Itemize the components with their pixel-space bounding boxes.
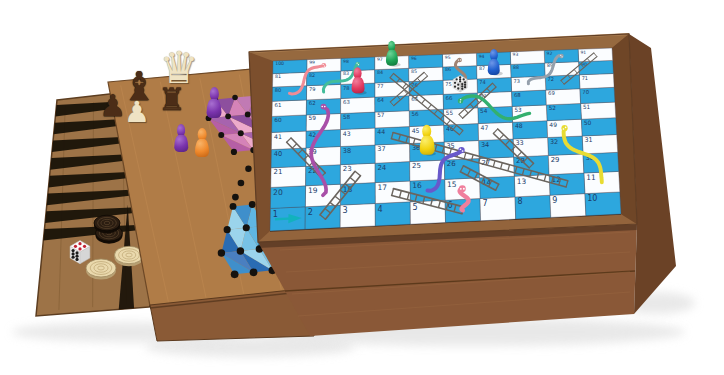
board-pawn-yellow-body xyxy=(420,136,435,155)
tray-pawn-purple-1[interactable] xyxy=(174,125,188,152)
board-pawn-green[interactable] xyxy=(386,41,398,65)
tray-pawn-purple-0-body xyxy=(207,99,222,118)
tray-pawn-orange-2-body xyxy=(195,139,209,157)
board-pawn-green-body xyxy=(386,50,398,66)
chess-dark-rook[interactable]: ♜ xyxy=(158,84,186,115)
tray-pawn-purple-1-body xyxy=(174,135,188,152)
photo-canvas: 1234567891011121314151617181920212223242… xyxy=(0,0,724,375)
board-pawn-red-body xyxy=(351,77,364,93)
board-pawn-red[interactable] xyxy=(351,68,364,94)
board-pawn-blue-body xyxy=(488,59,501,75)
tray-pawn-orange-2[interactable] xyxy=(195,129,209,157)
pieces-overlay: ♟♝♛♟♜ xyxy=(0,0,724,375)
board-pawn-yellow[interactable] xyxy=(420,125,435,154)
tray-pawn-purple-0[interactable] xyxy=(207,88,222,118)
board-pawn-blue[interactable] xyxy=(488,50,501,75)
chess-white-pawn[interactable]: ♟ xyxy=(124,98,150,127)
